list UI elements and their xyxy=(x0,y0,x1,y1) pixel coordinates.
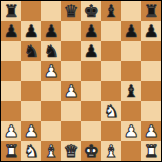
square-c6[interactable]: ♞ xyxy=(41,41,61,61)
square-d3[interactable] xyxy=(61,101,81,121)
square-d7[interactable] xyxy=(61,21,81,41)
square-b6[interactable]: ♞ xyxy=(21,41,41,61)
square-h4[interactable] xyxy=(141,81,161,101)
square-a4[interactable] xyxy=(1,81,21,101)
square-b3[interactable] xyxy=(21,101,41,121)
square-g8[interactable] xyxy=(121,1,141,21)
piece-white-knight[interactable]: ♞ xyxy=(103,101,118,121)
piece-black-pawn[interactable]: ♟ xyxy=(83,21,98,41)
square-c3[interactable] xyxy=(41,101,61,121)
piece-black-king[interactable]: ♚ xyxy=(83,1,98,21)
square-f3[interactable]: ♞ xyxy=(101,101,121,121)
piece-white-pawn[interactable]: ♟ xyxy=(23,121,38,141)
piece-black-pawn[interactable]: ♟ xyxy=(3,21,18,41)
square-a8[interactable]: ♜ xyxy=(1,1,21,21)
square-h2[interactable]: ♟ xyxy=(141,121,161,141)
chess-board-frame: ♜♛♚♝♜♟♟♟♟♟♟♞♞♟♟♟♝♞♟♟♟♟♜♞♝♛♚♝♜ xyxy=(0,0,162,162)
piece-white-rook[interactable]: ♜ xyxy=(3,141,18,161)
piece-black-bishop[interactable]: ♝ xyxy=(123,81,138,101)
square-d5[interactable] xyxy=(61,61,81,81)
square-d6[interactable] xyxy=(61,41,81,61)
piece-black-queen[interactable]: ♛ xyxy=(63,1,78,21)
piece-black-pawn[interactable]: ♟ xyxy=(83,41,98,61)
square-g4[interactable]: ♝ xyxy=(121,81,141,101)
square-g5[interactable] xyxy=(121,61,141,81)
square-c8[interactable] xyxy=(41,1,61,21)
piece-black-bishop[interactable]: ♝ xyxy=(103,1,118,21)
piece-white-pawn[interactable]: ♟ xyxy=(143,121,158,141)
square-g2[interactable]: ♟ xyxy=(121,121,141,141)
square-a5[interactable] xyxy=(1,61,21,81)
piece-white-pawn[interactable]: ♟ xyxy=(123,121,138,141)
square-e8[interactable]: ♚ xyxy=(81,1,101,21)
piece-black-pawn[interactable]: ♟ xyxy=(23,21,38,41)
square-b7[interactable]: ♟ xyxy=(21,21,41,41)
piece-white-bishop[interactable]: ♝ xyxy=(43,141,58,161)
square-f1[interactable]: ♝ xyxy=(101,141,121,161)
square-b8[interactable] xyxy=(21,1,41,21)
square-e2[interactable] xyxy=(81,121,101,141)
square-f5[interactable] xyxy=(101,61,121,81)
square-f8[interactable]: ♝ xyxy=(101,1,121,21)
square-g6[interactable] xyxy=(121,41,141,61)
square-e3[interactable] xyxy=(81,101,101,121)
square-f2[interactable] xyxy=(101,121,121,141)
square-a7[interactable]: ♟ xyxy=(1,21,21,41)
chess-board: ♜♛♚♝♜♟♟♟♟♟♟♞♞♟♟♟♝♞♟♟♟♟♜♞♝♛♚♝♜ xyxy=(1,1,161,161)
square-c1[interactable]: ♝ xyxy=(41,141,61,161)
square-a1[interactable]: ♜ xyxy=(1,141,21,161)
piece-white-pawn[interactable]: ♟ xyxy=(3,121,18,141)
piece-white-pawn[interactable]: ♟ xyxy=(63,81,78,101)
square-d2[interactable] xyxy=(61,121,81,141)
piece-black-knight[interactable]: ♞ xyxy=(23,41,38,61)
square-h5[interactable] xyxy=(141,61,161,81)
piece-white-knight[interactable]: ♞ xyxy=(23,141,38,161)
square-d1[interactable]: ♛ xyxy=(61,141,81,161)
piece-white-king[interactable]: ♚ xyxy=(83,141,98,161)
square-f4[interactable] xyxy=(101,81,121,101)
square-d8[interactable]: ♛ xyxy=(61,1,81,21)
square-a2[interactable]: ♟ xyxy=(1,121,21,141)
piece-white-bishop[interactable]: ♝ xyxy=(103,141,118,161)
square-g7[interactable]: ♟ xyxy=(121,21,141,41)
piece-white-pawn[interactable]: ♟ xyxy=(43,61,58,81)
square-e6[interactable]: ♟ xyxy=(81,41,101,61)
square-e5[interactable] xyxy=(81,61,101,81)
square-b4[interactable] xyxy=(21,81,41,101)
square-e4[interactable] xyxy=(81,81,101,101)
square-c5[interactable]: ♟ xyxy=(41,61,61,81)
square-e7[interactable]: ♟ xyxy=(81,21,101,41)
square-h7[interactable]: ♟ xyxy=(141,21,161,41)
square-b2[interactable]: ♟ xyxy=(21,121,41,141)
square-c7[interactable]: ♟ xyxy=(41,21,61,41)
square-e1[interactable]: ♚ xyxy=(81,141,101,161)
square-h6[interactable] xyxy=(141,41,161,61)
square-f7[interactable] xyxy=(101,21,121,41)
square-d4[interactable]: ♟ xyxy=(61,81,81,101)
square-h8[interactable]: ♜ xyxy=(141,1,161,21)
piece-black-rook[interactable]: ♜ xyxy=(143,1,158,21)
square-c4[interactable] xyxy=(41,81,61,101)
square-g3[interactable] xyxy=(121,101,141,121)
square-h3[interactable] xyxy=(141,101,161,121)
piece-black-rook[interactable]: ♜ xyxy=(3,1,18,21)
square-b1[interactable]: ♞ xyxy=(21,141,41,161)
piece-white-rook[interactable]: ♜ xyxy=(143,141,158,161)
piece-black-pawn[interactable]: ♟ xyxy=(43,21,58,41)
piece-black-pawn[interactable]: ♟ xyxy=(123,21,138,41)
piece-black-knight[interactable]: ♞ xyxy=(43,41,58,61)
square-b5[interactable] xyxy=(21,61,41,81)
square-f6[interactable] xyxy=(101,41,121,61)
piece-black-pawn[interactable]: ♟ xyxy=(143,21,158,41)
square-c2[interactable] xyxy=(41,121,61,141)
square-a3[interactable] xyxy=(1,101,21,121)
square-h1[interactable]: ♜ xyxy=(141,141,161,161)
piece-white-queen[interactable]: ♛ xyxy=(63,141,78,161)
square-a6[interactable] xyxy=(1,41,21,61)
square-g1[interactable] xyxy=(121,141,141,161)
